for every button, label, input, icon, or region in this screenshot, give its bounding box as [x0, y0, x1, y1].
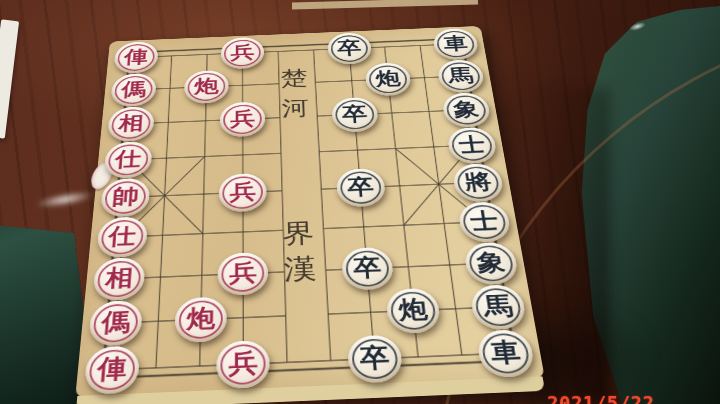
- piece-character: 帥: [111, 186, 139, 208]
- piece-character: 炮: [375, 69, 401, 88]
- piece-character: 炮: [397, 297, 428, 323]
- piece-character: 卒: [346, 176, 374, 198]
- piece-character: 俥: [96, 355, 127, 382]
- piece-character: 相: [118, 113, 145, 133]
- piece-character: 象: [452, 99, 480, 119]
- paper-scrap: [0, 19, 19, 138]
- xiangqi-board: 楚 河 界 漢 俥傌相仕帥仕相傌俥炮炮兵兵兵兵兵車馬象士將士象馬車炮炮卒卒卒卒卒: [74, 26, 548, 404]
- piece-character: 將: [463, 171, 493, 193]
- piece-character: 俥: [123, 48, 148, 66]
- river-char: 漢: [283, 255, 317, 284]
- table-smudge: [34, 188, 95, 211]
- piece-character: 炮: [194, 77, 219, 96]
- piece-character: 兵: [228, 350, 258, 377]
- piece-character: 車: [489, 339, 523, 366]
- piece-character: 兵: [230, 181, 257, 203]
- piece-character: 兵: [229, 261, 257, 286]
- board-surface: 楚 河 界 漢 俥傌相仕帥仕相傌俥炮炮兵兵兵兵兵車馬象士將士象馬車炮炮卒卒卒卒卒: [75, 26, 545, 398]
- piece-character: 卒: [336, 39, 361, 57]
- camera-timestamp: 2021/5/22 12:56: [547, 392, 720, 404]
- piece-character: 仕: [108, 225, 137, 248]
- piece-character: 士: [457, 134, 486, 155]
- piece-character: 仕: [115, 149, 142, 170]
- piece-character: 傌: [121, 80, 147, 99]
- piece-character: 馬: [482, 293, 515, 319]
- piece-character: 馬: [447, 66, 474, 85]
- background-light-strip: [292, 0, 478, 10]
- piece-character: 相: [104, 266, 134, 291]
- river-char: 楚: [280, 68, 308, 89]
- piece-character: 卒: [341, 104, 368, 124]
- river-char: 河: [281, 97, 309, 119]
- piece-character: 卒: [352, 256, 382, 280]
- piece-character: 象: [475, 250, 507, 274]
- piece-character: 卒: [359, 344, 391, 371]
- piece-character: 炮: [186, 306, 215, 332]
- river-char: 界: [282, 220, 315, 247]
- river-text-han-jie: 界 漢: [282, 220, 317, 284]
- piece-character: 車: [442, 34, 469, 52]
- photo-scene: 楚 河 界 漢 俥傌相仕帥仕相傌俥炮炮兵兵兵兵兵車馬象士將士象馬車炮炮卒卒卒卒卒…: [0, 0, 720, 404]
- piece-character: 士: [469, 210, 500, 233]
- piece-character: 兵: [231, 43, 255, 61]
- river-text-chu-he: 楚 河: [280, 68, 309, 119]
- piece-character: 兵: [230, 109, 255, 129]
- piece-character: 傌: [100, 309, 131, 335]
